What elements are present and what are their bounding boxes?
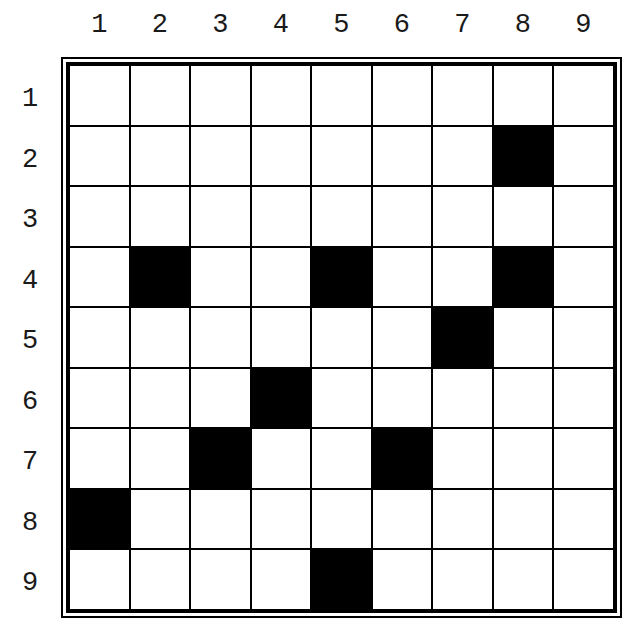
cell-r8c6-white[interactable]	[373, 490, 432, 549]
cell-r2c8-black	[494, 127, 553, 186]
cell-r8c9-white[interactable]	[554, 490, 613, 549]
row-label-6: 6	[10, 373, 50, 432]
row-label-4: 4	[10, 252, 50, 311]
cell-r3c8-white[interactable]	[494, 187, 553, 246]
cell-r7c5-white[interactable]	[312, 429, 371, 488]
cell-r6c8-white[interactable]	[494, 369, 553, 428]
cell-r4c2-black	[131, 248, 190, 307]
row-label-1: 1	[10, 70, 50, 129]
cell-r4c9-white[interactable]	[554, 248, 613, 307]
cell-r9c6-white[interactable]	[373, 550, 432, 609]
cell-r4c4-white[interactable]	[252, 248, 311, 307]
cell-r7c3-black	[191, 429, 250, 488]
cell-r7c1-white[interactable]	[70, 429, 129, 488]
cell-r5c7-black	[433, 308, 492, 367]
column-label-5: 5	[312, 6, 371, 44]
cell-r6c5-white[interactable]	[312, 369, 371, 428]
column-label-6: 6	[373, 6, 432, 44]
puzzle-page: 123456789 123456789	[0, 0, 630, 629]
cell-r7c9-white[interactable]	[554, 429, 613, 488]
cell-r9c8-white[interactable]	[494, 550, 553, 609]
cell-r5c4-white[interactable]	[252, 308, 311, 367]
row-label-7: 7	[10, 433, 50, 492]
column-label-3: 3	[191, 6, 250, 44]
cell-r8c7-white[interactable]	[433, 490, 492, 549]
cell-r2c3-white[interactable]	[191, 127, 250, 186]
cell-r1c6-white[interactable]	[373, 66, 432, 125]
cell-r5c1-white[interactable]	[70, 308, 129, 367]
cell-r3c3-white[interactable]	[191, 187, 250, 246]
cell-r4c7-white[interactable]	[433, 248, 492, 307]
cell-r2c6-white[interactable]	[373, 127, 432, 186]
cell-r2c4-white[interactable]	[252, 127, 311, 186]
cell-r6c2-white[interactable]	[131, 369, 190, 428]
cell-r6c4-black	[252, 369, 311, 428]
cell-r3c9-white[interactable]	[554, 187, 613, 246]
cell-r7c7-white[interactable]	[433, 429, 492, 488]
cell-r5c2-white[interactable]	[131, 308, 190, 367]
column-label-1: 1	[70, 6, 129, 44]
cell-r8c1-black	[70, 490, 129, 549]
cell-r3c2-white[interactable]	[131, 187, 190, 246]
puzzle-grid	[70, 66, 613, 609]
cell-r1c7-white[interactable]	[433, 66, 492, 125]
cell-r1c1-white[interactable]	[70, 66, 129, 125]
cell-r7c4-white[interactable]	[252, 429, 311, 488]
column-label-7: 7	[433, 6, 492, 44]
cell-r5c6-white[interactable]	[373, 308, 432, 367]
board-inner-border	[66, 62, 617, 613]
cell-r5c3-white[interactable]	[191, 308, 250, 367]
row-labels: 123456789	[10, 70, 50, 613]
cell-r2c5-white[interactable]	[312, 127, 371, 186]
board-outer-border	[61, 57, 622, 618]
cell-r6c7-white[interactable]	[433, 369, 492, 428]
cell-r6c9-white[interactable]	[554, 369, 613, 428]
row-label-2: 2	[10, 131, 50, 190]
cell-r9c5-black	[312, 550, 371, 609]
cell-r3c5-white[interactable]	[312, 187, 371, 246]
cell-r4c5-black	[312, 248, 371, 307]
cell-r5c9-white[interactable]	[554, 308, 613, 367]
row-label-3: 3	[10, 191, 50, 250]
cell-r2c9-white[interactable]	[554, 127, 613, 186]
column-label-9: 9	[554, 6, 613, 44]
cell-r8c5-white[interactable]	[312, 490, 371, 549]
cell-r8c4-white[interactable]	[252, 490, 311, 549]
cell-r9c7-white[interactable]	[433, 550, 492, 609]
cell-r1c3-white[interactable]	[191, 66, 250, 125]
cell-r7c6-black	[373, 429, 432, 488]
cell-r3c1-white[interactable]	[70, 187, 129, 246]
cell-r2c1-white[interactable]	[70, 127, 129, 186]
cell-r1c5-white[interactable]	[312, 66, 371, 125]
column-label-4: 4	[252, 6, 311, 44]
cell-r9c4-white[interactable]	[252, 550, 311, 609]
cell-r1c8-white[interactable]	[494, 66, 553, 125]
cell-r8c3-white[interactable]	[191, 490, 250, 549]
column-label-8: 8	[494, 6, 553, 44]
row-label-8: 8	[10, 494, 50, 553]
cell-r4c6-white[interactable]	[373, 248, 432, 307]
cell-r3c6-white[interactable]	[373, 187, 432, 246]
cell-r4c8-black	[494, 248, 553, 307]
cell-r5c8-white[interactable]	[494, 308, 553, 367]
cell-r2c2-white[interactable]	[131, 127, 190, 186]
cell-r6c1-white[interactable]	[70, 369, 129, 428]
cell-r3c7-white[interactable]	[433, 187, 492, 246]
cell-r9c3-white[interactable]	[191, 550, 250, 609]
cell-r1c9-white[interactable]	[554, 66, 613, 125]
cell-r6c3-white[interactable]	[191, 369, 250, 428]
cell-r9c2-white[interactable]	[131, 550, 190, 609]
row-label-9: 9	[10, 554, 50, 613]
cell-r8c2-white[interactable]	[131, 490, 190, 549]
cell-r2c7-white[interactable]	[433, 127, 492, 186]
cell-r4c1-white[interactable]	[70, 248, 129, 307]
column-labels: 123456789	[70, 6, 613, 44]
cell-r6c6-white[interactable]	[373, 369, 432, 428]
cell-r9c9-white[interactable]	[554, 550, 613, 609]
cell-r8c8-white[interactable]	[494, 490, 553, 549]
cell-r9c1-white[interactable]	[70, 550, 129, 609]
cell-r7c2-white[interactable]	[131, 429, 190, 488]
cell-r3c4-white[interactable]	[252, 187, 311, 246]
cell-r4c3-white[interactable]	[191, 248, 250, 307]
column-label-2: 2	[131, 6, 190, 44]
cell-r1c4-white[interactable]	[252, 66, 311, 125]
cell-r1c2-white[interactable]	[131, 66, 190, 125]
cell-r7c8-white[interactable]	[494, 429, 553, 488]
cell-r5c5-white[interactable]	[312, 308, 371, 367]
row-label-5: 5	[10, 312, 50, 371]
